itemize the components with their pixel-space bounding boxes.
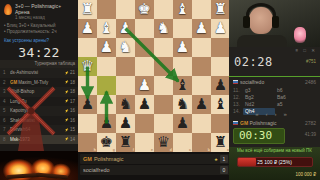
nav-button[interactable]: › bbox=[275, 111, 284, 117]
pairing-row[interactable]: GMPolishmagic★1 bbox=[80, 154, 230, 164]
tournament-header: 3+0 — Polishmagic+ Арена 1 месяц назад bbox=[0, 0, 78, 20]
black-knight[interactable]: ♞ bbox=[173, 95, 192, 114]
standings-player: Kapotnya bbox=[10, 108, 65, 113]
move-black[interactable]: a5 bbox=[275, 101, 307, 108]
fireplace-log bbox=[6, 173, 40, 179]
square[interactable] bbox=[192, 76, 211, 95]
move-row: 11.g3b6 bbox=[233, 87, 316, 94]
standings-player: Long-Tu bbox=[10, 99, 65, 104]
square[interactable]: ♟ bbox=[116, 19, 135, 38]
square[interactable] bbox=[135, 38, 154, 57]
standings-row[interactable]: 2GMMaxim_M-Tivly⚡18 bbox=[0, 78, 78, 88]
square[interactable]: ♟ bbox=[78, 95, 97, 114]
black-pawn[interactable]: ♟ bbox=[116, 114, 135, 133]
player-title: GM bbox=[83, 156, 92, 162]
black-bishop[interactable]: ♝ bbox=[173, 76, 192, 95]
square[interactable]: ♟ bbox=[173, 38, 192, 57]
white-pawn[interactable]: ♟ bbox=[135, 76, 154, 95]
webcam bbox=[229, 0, 320, 47]
chess-board[interactable]: ♜♚♝♜♟♝♟♞♟♟♟♞♟♛♟♝♟♟♞♟♞♟♝♟♟♟h♚g♜fe♛dcb♜a bbox=[78, 0, 230, 152]
white-rook[interactable]: ♜ bbox=[211, 0, 230, 19]
pairing-score: 1 bbox=[220, 155, 228, 163]
square[interactable]: ♟ bbox=[173, 114, 192, 133]
square[interactable] bbox=[192, 0, 211, 19]
donation-goal-total: 100 000 ₽ bbox=[296, 172, 316, 177]
square[interactable]: ♛d bbox=[154, 133, 173, 152]
standings-score: 16 bbox=[70, 108, 75, 113]
square[interactable]: b bbox=[192, 133, 211, 152]
square[interactable] bbox=[78, 76, 97, 95]
move-number: 13. bbox=[233, 101, 243, 108]
white-pawn[interactable]: ♟ bbox=[192, 19, 211, 38]
square[interactable]: ♛ bbox=[78, 57, 97, 76]
standings-player: Dervish64 bbox=[10, 127, 65, 132]
player-bottom-name: GM Polishmagic bbox=[240, 120, 305, 126]
square[interactable]: ♝ bbox=[173, 76, 192, 95]
square[interactable]: ♞ bbox=[116, 38, 135, 57]
square[interactable] bbox=[116, 0, 135, 19]
square[interactable] bbox=[192, 57, 211, 76]
square[interactable] bbox=[116, 76, 135, 95]
square[interactable] bbox=[173, 19, 192, 38]
standings-rank: 2 bbox=[3, 80, 10, 85]
square[interactable]: c bbox=[173, 133, 192, 152]
black-bishop[interactable]: ♝ bbox=[211, 95, 230, 114]
square[interactable]: ♞ bbox=[173, 95, 192, 114]
standings-score: 21 bbox=[70, 70, 75, 75]
square[interactable] bbox=[78, 114, 97, 133]
player-top-name: socialfredo bbox=[240, 79, 305, 85]
square[interactable]: ♝ bbox=[173, 0, 192, 19]
white-bishop[interactable]: ♝ bbox=[97, 19, 116, 38]
standings-row[interactable]: 8Msk-1973⚡14 bbox=[0, 135, 78, 145]
standings-score: 17 bbox=[70, 99, 75, 104]
square[interactable] bbox=[173, 57, 192, 76]
square[interactable] bbox=[135, 57, 154, 76]
nav-button[interactable]: ‹ bbox=[266, 111, 275, 117]
white-rook[interactable]: ♜ bbox=[78, 0, 97, 19]
streak-icon: ⚡ bbox=[65, 80, 69, 84]
square[interactable]: h bbox=[78, 133, 97, 152]
square[interactable] bbox=[97, 57, 116, 76]
square[interactable]: ♜ bbox=[211, 0, 230, 19]
square[interactable]: ♟ bbox=[211, 76, 230, 95]
clock-top: 02:28 bbox=[234, 55, 273, 69]
standings-row[interactable]: 5Kapotnya⚡16 bbox=[0, 106, 78, 116]
standings-player: Wolf-Bishop bbox=[10, 89, 65, 94]
player-top-row[interactable]: socialfredo 2486 bbox=[233, 79, 316, 85]
square[interactable] bbox=[154, 57, 173, 76]
white-pawn[interactable]: ♟ bbox=[97, 38, 116, 57]
tournament-subtitle: 1 месяц назад bbox=[15, 15, 74, 20]
white-queen[interactable]: ♛ bbox=[78, 57, 97, 76]
square[interactable] bbox=[116, 57, 135, 76]
move-white[interactable]: Bg2 bbox=[243, 94, 275, 101]
pairing-player-name: Polishmagic bbox=[94, 156, 212, 162]
square[interactable]: ♚ bbox=[135, 0, 154, 19]
standings-row[interactable]: 4Long-Tu⚡17 bbox=[0, 97, 78, 107]
standings-score: 15 bbox=[70, 127, 75, 132]
trophy-icon: ★ bbox=[214, 157, 218, 162]
square[interactable] bbox=[211, 57, 230, 76]
pairing-score: 0 bbox=[220, 166, 228, 174]
streak-icon: ⚡ bbox=[65, 128, 69, 132]
right-column: ≡ □ ✕ 02:28 #751 socialfredo 2486 11.g3b… bbox=[229, 0, 320, 180]
standings-rank: 7 bbox=[3, 127, 10, 132]
square[interactable] bbox=[154, 114, 173, 133]
player-bottom-rating: 2782 bbox=[305, 120, 316, 126]
stream-canvas: 3+0 — Polishmagic+ Арена 1 месяц назад •… bbox=[0, 0, 320, 180]
square[interactable]: ♝ bbox=[211, 95, 230, 114]
white-knight[interactable]: ♞ bbox=[154, 19, 173, 38]
pink-light bbox=[294, 27, 306, 43]
standings-player: ds-Ashimovtsi bbox=[10, 70, 65, 75]
black-knight[interactable]: ♞ bbox=[116, 95, 135, 114]
streak-icon: ⚡ bbox=[65, 137, 69, 141]
pairing-player-name: socialfredo bbox=[83, 167, 220, 173]
player-top-rating: 2486 bbox=[305, 79, 316, 85]
square[interactable]: ♟ bbox=[78, 19, 97, 38]
active-divider bbox=[229, 76, 320, 77]
square[interactable]: ♟ bbox=[211, 19, 230, 38]
standings-row[interactable]: 7Dervish64⚡15 bbox=[0, 125, 78, 135]
black-pawn[interactable]: ♟ bbox=[135, 95, 154, 114]
standings-player: Shakhmatist bbox=[10, 118, 65, 123]
streak-icon: ⚡ bbox=[65, 90, 69, 94]
pairing-list: GMPolishmagic★1socialfredo0 bbox=[78, 152, 232, 180]
move-row: 13.Nd2a5 bbox=[233, 101, 316, 108]
move-nav: «‹›» bbox=[229, 111, 320, 117]
square[interactable]: ♜ bbox=[78, 0, 97, 19]
standings-row[interactable]: 3Wolf-Bishop⚡18 bbox=[0, 87, 78, 97]
tournament-title: 3+0 — Polishmagic+ Арена bbox=[15, 3, 74, 15]
square[interactable]: ♞ bbox=[116, 95, 135, 114]
donation-banner: Мы всё ещё собираем на новый ПК 25 100 ₽… bbox=[229, 147, 320, 180]
game-panel: ≡ □ ✕ 02:28 #751 socialfredo 2486 11.g3b… bbox=[229, 47, 320, 147]
white-pawn[interactable]: ♟ bbox=[173, 38, 192, 57]
panel-toolbar: ≡ □ ✕ bbox=[295, 48, 317, 53]
streak-icon: ⚡ bbox=[65, 99, 69, 103]
flag-icon bbox=[233, 121, 238, 125]
headphone-cup-icon bbox=[243, 16, 250, 28]
square[interactable] bbox=[97, 76, 116, 95]
streak-icon: ⚡ bbox=[65, 109, 69, 113]
black-pawn[interactable]: ♟ bbox=[211, 76, 230, 95]
donation-progress-bar: 25 100 ₽ (25%) bbox=[237, 157, 313, 167]
tournament-meta: • Блиц 3+0 • Казуальный • Продолжительно… bbox=[0, 20, 78, 34]
player-bottom-row[interactable]: GM Polishmagic 2782 bbox=[233, 120, 316, 126]
standings-row[interactable]: 6Shakhmatist⚡16 bbox=[0, 116, 78, 126]
black-pawn[interactable]: ♟ bbox=[78, 95, 97, 114]
square[interactable]: ♚g bbox=[97, 133, 116, 152]
square[interactable]: ♝ bbox=[97, 19, 116, 38]
standings-score: 18 bbox=[70, 80, 75, 85]
standings-table: Турнирная таблица 1ds-Ashimovtsi⚡212GMMa… bbox=[0, 60, 78, 144]
standings-score: 16 bbox=[70, 118, 75, 123]
square[interactable] bbox=[135, 114, 154, 133]
square[interactable] bbox=[211, 38, 230, 57]
standings-score: 14 bbox=[70, 137, 75, 142]
square[interactable]: ♟ bbox=[135, 95, 154, 114]
arena-flame-icon bbox=[4, 4, 12, 15]
streamer-face bbox=[249, 7, 273, 34]
white-pawn[interactable]: ♟ bbox=[116, 19, 135, 38]
player-bottom-title: GM bbox=[240, 120, 248, 126]
black-pawn[interactable]: ♟ bbox=[192, 95, 211, 114]
fireplace-video bbox=[0, 151, 78, 180]
square[interactable] bbox=[154, 38, 173, 57]
square[interactable] bbox=[97, 0, 116, 19]
white-pawn[interactable]: ♟ bbox=[211, 19, 230, 38]
standings-rank: 6 bbox=[3, 118, 10, 123]
move-row: 12.Bg2Ba6 bbox=[233, 94, 316, 101]
move-number: 11. bbox=[233, 87, 243, 94]
donation-message: Мы всё ещё собираем на новый ПК bbox=[229, 148, 320, 154]
headphone-cup-icon bbox=[272, 16, 279, 28]
streak-icon: ⚡ bbox=[65, 118, 69, 122]
game-number: #751 bbox=[306, 59, 316, 64]
square[interactable]: ♟ bbox=[135, 76, 154, 95]
square[interactable]: ♞ bbox=[154, 19, 173, 38]
square[interactable]: ♟ bbox=[97, 38, 116, 57]
square[interactable]: ♜f bbox=[116, 133, 135, 152]
square[interactable] bbox=[192, 38, 211, 57]
streamer-body bbox=[237, 35, 287, 47]
fireplace-log bbox=[36, 173, 68, 180]
square[interactable]: ♜a bbox=[211, 133, 230, 152]
square[interactable] bbox=[154, 76, 173, 95]
square[interactable] bbox=[154, 0, 173, 19]
streak-icon: ⚡ bbox=[65, 71, 69, 75]
white-bishop[interactable]: ♝ bbox=[173, 0, 192, 19]
black-pawn[interactable]: ♟ bbox=[173, 114, 192, 133]
square[interactable] bbox=[154, 95, 173, 114]
standings-player: Msk-1973 bbox=[10, 137, 65, 142]
square[interactable] bbox=[211, 114, 230, 133]
standings-header: Турнирная таблица bbox=[0, 60, 78, 68]
pairing-row[interactable]: socialfredo0 bbox=[80, 165, 230, 175]
arena-faq-link[interactable]: Как устроены арены? bbox=[0, 34, 78, 43]
standings-rank: 4 bbox=[3, 99, 10, 104]
standings-rank: 1 bbox=[3, 70, 10, 75]
move-white[interactable]: g3 bbox=[243, 87, 275, 94]
standings-player: GMMaxim_M-Tivly bbox=[10, 80, 65, 85]
square[interactable] bbox=[78, 38, 97, 57]
standings-rank: 3 bbox=[3, 89, 10, 94]
square[interactable]: ♟ bbox=[116, 114, 135, 133]
white-knight[interactable]: ♞ bbox=[116, 38, 135, 57]
move-white[interactable]: Nd2 bbox=[243, 101, 275, 108]
nav-button[interactable]: » bbox=[284, 111, 294, 117]
move-black[interactable]: Ba6 bbox=[275, 94, 307, 101]
square[interactable]: ♟ bbox=[192, 95, 211, 114]
black-pawn[interactable]: ♟ bbox=[97, 114, 116, 133]
donation-progress-label: 25 100 ₽ (25%) bbox=[238, 158, 312, 167]
move-number: 12. bbox=[233, 94, 243, 101]
standings-rank: 5 bbox=[3, 108, 10, 113]
square[interactable] bbox=[97, 95, 116, 114]
move-black[interactable]: b6 bbox=[275, 87, 307, 94]
square[interactable]: ♟ bbox=[97, 114, 116, 133]
clock-bottom-active: 00:30 bbox=[233, 128, 285, 144]
tournament-countdown: 34:22 bbox=[0, 45, 78, 60]
tournament-sidebar: 3+0 — Polishmagic+ Арена 1 месяц назад •… bbox=[0, 0, 78, 151]
square[interactable]: e bbox=[135, 133, 154, 152]
white-king[interactable]: ♚ bbox=[135, 0, 154, 19]
nav-button[interactable]: « bbox=[255, 111, 265, 117]
standings-rank: 8 bbox=[3, 137, 10, 142]
flag-icon bbox=[233, 80, 238, 84]
player-bottom-aux: 41:39 bbox=[305, 132, 316, 137]
square[interactable]: ♟ bbox=[192, 19, 211, 38]
square[interactable] bbox=[135, 19, 154, 38]
square[interactable] bbox=[192, 114, 211, 133]
white-pawn[interactable]: ♟ bbox=[78, 19, 97, 38]
standings-score: 18 bbox=[70, 89, 75, 94]
standings-row[interactable]: 1ds-Ashimovtsi⚡21 bbox=[0, 68, 78, 78]
